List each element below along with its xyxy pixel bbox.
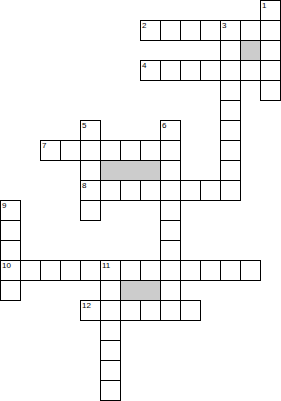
cell-r14-c0[interactable]	[0, 280, 21, 301]
cell-r9-c10[interactable]	[200, 180, 221, 201]
cell-r4-c11[interactable]	[220, 80, 241, 101]
cell-r7-c8[interactable]	[160, 140, 181, 161]
cell-r1-c8[interactable]	[160, 20, 181, 41]
cell-r3-c12[interactable]	[240, 60, 261, 81]
cell-r0-c13[interactable]	[260, 0, 281, 21]
cell-r3-c9[interactable]	[180, 60, 201, 81]
shaded-cells-r2	[240, 40, 261, 61]
cell-r7-c4[interactable]	[80, 140, 101, 161]
cell-r13-c10[interactable]	[200, 260, 221, 281]
cell-r3-c8[interactable]	[160, 60, 181, 81]
cell-r12-c0[interactable]	[0, 240, 21, 261]
cell-r9-c6[interactable]	[120, 180, 141, 201]
cell-r1-c9[interactable]	[180, 20, 201, 41]
cell-r13-c6[interactable]	[120, 260, 141, 281]
cell-r13-c8[interactable]	[160, 260, 181, 281]
cell-r13-c3[interactable]	[60, 260, 81, 281]
cell-r6-c4[interactable]	[80, 120, 101, 141]
cell-r15-c6[interactable]	[120, 300, 141, 321]
cell-r10-c0[interactable]	[0, 200, 21, 221]
cell-r14-c5[interactable]	[100, 280, 121, 301]
cell-r1-c7[interactable]	[140, 20, 161, 41]
cell-r11-c0[interactable]	[0, 220, 21, 241]
cell-r13-c1[interactable]	[20, 260, 41, 281]
cell-r9-c7[interactable]	[140, 180, 161, 201]
cell-r8-c8[interactable]	[160, 160, 181, 181]
cell-r13-c9[interactable]	[180, 260, 201, 281]
cell-r13-c11[interactable]	[220, 260, 241, 281]
cell-r8-c4[interactable]	[80, 160, 101, 181]
cell-r1-c12[interactable]	[240, 20, 261, 41]
cell-r1-c11[interactable]	[220, 20, 241, 41]
cell-r8-c11[interactable]	[220, 160, 241, 181]
cell-r5-c11[interactable]	[220, 100, 241, 121]
cell-r13-c2[interactable]	[40, 260, 61, 281]
cell-r9-c5[interactable]	[100, 180, 121, 201]
cell-r10-c4[interactable]	[80, 200, 101, 221]
cell-r15-c5[interactable]	[100, 300, 121, 321]
cell-r7-c6[interactable]	[120, 140, 141, 161]
cell-r11-c8[interactable]	[160, 220, 181, 241]
cell-r9-c4[interactable]	[80, 180, 101, 201]
cell-r1-c10[interactable]	[200, 20, 221, 41]
cell-r9-c8[interactable]	[160, 180, 181, 201]
cell-r13-c12[interactable]	[240, 260, 261, 281]
cell-r13-c7[interactable]	[140, 260, 161, 281]
cell-r15-c9[interactable]	[180, 300, 201, 321]
cell-r1-c13[interactable]	[260, 20, 281, 41]
cell-r15-c4[interactable]	[80, 300, 101, 321]
cell-r19-c5[interactable]	[100, 380, 121, 401]
cell-r15-c7[interactable]	[140, 300, 161, 321]
cell-r12-c8[interactable]	[160, 240, 181, 261]
cell-r17-c5[interactable]	[100, 340, 121, 361]
cell-r9-c9[interactable]	[180, 180, 201, 201]
cell-r18-c5[interactable]	[100, 360, 121, 381]
cell-r3-c11[interactable]	[220, 60, 241, 81]
cell-r7-c3[interactable]	[60, 140, 81, 161]
cell-r2-c13[interactable]	[260, 40, 281, 61]
cell-r6-c11[interactable]	[220, 120, 241, 141]
cell-r7-c2[interactable]	[40, 140, 61, 161]
crossword-board: 123456789101112	[0, 0, 281, 401]
cell-r15-c8[interactable]	[160, 300, 181, 321]
cell-r2-c11[interactable]	[220, 40, 241, 61]
shaded-cells-r14	[120, 280, 161, 301]
cell-r7-c5[interactable]	[100, 140, 121, 161]
cell-r7-c11[interactable]	[220, 140, 241, 161]
cell-r4-c13[interactable]	[260, 80, 281, 101]
cell-r10-c8[interactable]	[160, 200, 181, 221]
cell-r3-c7[interactable]	[140, 60, 161, 81]
cell-r6-c8[interactable]	[160, 120, 181, 141]
cell-r16-c5[interactable]	[100, 320, 121, 341]
cell-r3-c13[interactable]	[260, 60, 281, 81]
shaded-cells-r8	[100, 160, 161, 181]
cell-r3-c10[interactable]	[200, 60, 221, 81]
cell-r7-c7[interactable]	[140, 140, 161, 161]
crossword-page: 123456789101112	[0, 0, 281, 401]
cell-r14-c8[interactable]	[160, 280, 181, 301]
cell-r13-c4[interactable]	[80, 260, 101, 281]
cell-r13-c0[interactable]	[0, 260, 21, 281]
cell-r9-c11[interactable]	[220, 180, 241, 201]
cell-r13-c5[interactable]	[100, 260, 121, 281]
